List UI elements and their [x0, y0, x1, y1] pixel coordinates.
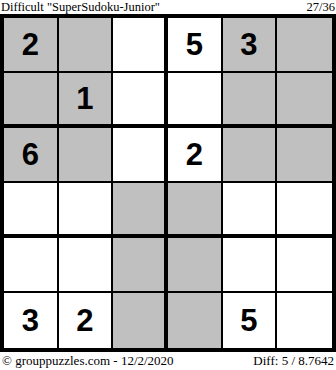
cell-r2c2: 1 — [59, 73, 114, 128]
sudoku-board: 253162325 — [0, 14, 336, 352]
cell-r1c3[interactable] — [113, 18, 168, 73]
cell-r4c6[interactable] — [277, 183, 332, 238]
cell-r3c4: 2 — [168, 128, 223, 183]
cell-r5c1[interactable] — [4, 238, 59, 293]
cell-r2c3[interactable] — [113, 73, 168, 128]
cell-r2c6[interactable] — [277, 73, 332, 128]
cell-r2c4[interactable] — [168, 73, 223, 128]
cell-r6c6[interactable] — [277, 293, 332, 348]
difficulty-rating: Diff: 5 / 8.7642 — [253, 353, 334, 369]
cell-r5c6[interactable] — [277, 238, 332, 293]
cell-r4c5[interactable] — [223, 183, 278, 238]
cell-r6c4[interactable] — [168, 293, 223, 348]
cell-r4c2[interactable] — [59, 183, 114, 238]
cell-r3c2[interactable] — [59, 128, 114, 183]
cell-r4c1[interactable] — [4, 183, 59, 238]
cell-r5c2[interactable] — [59, 238, 114, 293]
cell-r3c3[interactable] — [113, 128, 168, 183]
cell-r4c4[interactable] — [168, 183, 223, 238]
cell-r1c5: 3 — [223, 18, 278, 73]
cell-r5c3[interactable] — [113, 238, 168, 293]
cell-r6c2: 2 — [59, 293, 114, 348]
cell-r2c5[interactable] — [223, 73, 278, 128]
puzzle-header: Difficult "SuperSudoku-Junior" 27/36 — [0, 0, 336, 14]
cell-r3c6[interactable] — [277, 128, 332, 183]
empty-cell-counter: 27/36 — [307, 1, 335, 14]
cell-r4c3[interactable] — [113, 183, 168, 238]
cell-r3c1: 6 — [4, 128, 59, 183]
cell-r6c3[interactable] — [113, 293, 168, 348]
cell-r1c1: 2 — [4, 18, 59, 73]
cell-r3c5[interactable] — [223, 128, 278, 183]
cell-r6c5: 5 — [223, 293, 278, 348]
cell-r5c4[interactable] — [168, 238, 223, 293]
cell-r1c4: 5 — [168, 18, 223, 73]
cell-r1c6[interactable] — [277, 18, 332, 73]
puzzle-footer: © grouppuzzles.com - 12/2/2020 Diff: 5 /… — [0, 352, 336, 370]
puzzle-title: Difficult "SuperSudoku-Junior" — [1, 1, 160, 14]
cell-r5c5[interactable] — [223, 238, 278, 293]
cell-r2c1[interactable] — [4, 73, 59, 128]
cell-r6c1: 3 — [4, 293, 59, 348]
copyright-text: © grouppuzzles.com - 12/2/2020 — [2, 353, 174, 369]
cell-r1c2[interactable] — [59, 18, 114, 73]
